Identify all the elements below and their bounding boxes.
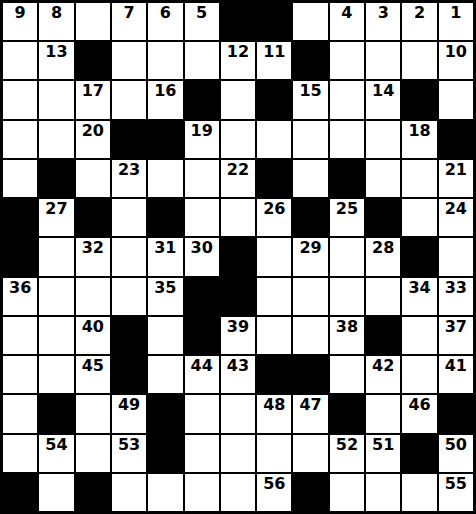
clue-number: 11 [257,44,291,60]
clue-number: 35 [148,280,182,296]
clue-number: 15 [293,83,327,99]
black-cell-r7c7 [221,238,255,275]
grid-cell-r7c3[interactable]: 32 [76,238,110,275]
black-cell-r6c1 [3,199,37,236]
grid-cell-r6c10[interactable]: 25 [330,199,364,236]
grid-cell-r10c11[interactable]: 42 [366,356,400,393]
grid-cell-r3c2[interactable] [39,81,73,118]
clue-number: 31 [148,240,182,256]
grid-cell-r1c5[interactable]: 6 [148,3,182,40]
grid-cell-r7c11[interactable]: 28 [366,238,400,275]
grid-cell-r8c8[interactable] [257,278,291,315]
clue-number: 25 [330,201,364,217]
grid-cell-r7c4[interactable] [112,238,146,275]
grid-cell-r5c11[interactable] [366,160,400,197]
grid-cell-r9c9[interactable] [293,317,327,354]
black-cell-r3c6 [185,81,219,118]
grid-cell-r12c11[interactable]: 51 [366,435,400,472]
clue-number: 14 [366,83,400,99]
clue-number: 36 [3,280,37,296]
grid-cell-r9c3[interactable]: 40 [76,317,110,354]
clue-number: 28 [366,240,400,256]
black-cell-r11c2 [39,395,73,432]
grid-cell-r8c12[interactable]: 34 [402,278,436,315]
grid-cell-r6c2[interactable]: 27 [39,199,73,236]
grid-cell-r8c3[interactable] [76,278,110,315]
grid-cell-r3c11[interactable]: 14 [366,81,400,118]
grid-cell-r5c5[interactable] [148,160,182,197]
clue-number: 6 [148,5,182,21]
grid-cell-r1c3[interactable] [76,3,110,40]
grid-cell-r2c12[interactable] [402,42,436,79]
crossword-board: 9876543211312111017161514201918232221272… [0,0,476,514]
black-cell-r3c12 [402,81,436,118]
grid-cell-r13c2[interactable] [39,474,73,511]
grid-cell-r1c10[interactable]: 4 [330,3,364,40]
clue-number: 17 [76,83,110,99]
clue-number: 55 [439,476,473,492]
black-cell-r5c8 [257,160,291,197]
grid-cell-r4c3[interactable]: 20 [76,121,110,158]
clue-number: 45 [76,358,110,374]
clue-number: 3 [366,5,400,21]
black-cell-r8c6 [185,278,219,315]
grid-cell-r12c13[interactable]: 50 [439,435,473,472]
clue-number: 27 [39,201,73,217]
grid-cell-r6c13[interactable]: 24 [439,199,473,236]
grid-cell-r9c10[interactable]: 38 [330,317,364,354]
grid-cell-r13c11[interactable] [366,474,400,511]
grid-cell-r13c6[interactable] [185,474,219,511]
grid-cell-r12c2[interactable]: 54 [39,435,73,472]
black-cell-r4c13 [439,121,473,158]
clue-number: 43 [221,358,255,374]
grid-cell-r8c9[interactable] [293,278,327,315]
clue-number: 38 [330,319,364,335]
grid-cell-r11c8[interactable]: 48 [257,395,291,432]
grid-cell-r8c2[interactable] [39,278,73,315]
grid-cell-r6c6[interactable] [185,199,219,236]
clue-number: 21 [439,162,473,178]
grid-cell-r3c13[interactable] [439,81,473,118]
grid-cell-r10c2[interactable] [39,356,73,393]
grid-cell-r7c2[interactable] [39,238,73,275]
clue-number: 37 [439,319,473,335]
grid-cell-r9c13[interactable]: 37 [439,317,473,354]
grid-cell-r4c9[interactable] [293,121,327,158]
grid-cell-r7c5[interactable]: 31 [148,238,182,275]
black-cell-r10c9 [293,356,327,393]
clue-number: 32 [76,240,110,256]
clue-number: 9 [3,5,37,21]
grid-cell-r4c12[interactable]: 18 [402,121,436,158]
clue-number: 48 [257,397,291,413]
clue-number: 30 [185,240,219,256]
black-cell-r1c8 [257,3,291,40]
grid-cell-r13c8[interactable]: 56 [257,474,291,511]
clue-number: 39 [221,319,255,335]
grid-cell-r1c2[interactable]: 8 [39,3,73,40]
grid-cell-r8c4[interactable] [112,278,146,315]
grid-cell-r13c13[interactable]: 55 [439,474,473,511]
grid-cell-r2c11[interactable] [366,42,400,79]
clue-number: 24 [439,201,473,217]
grid-cell-r4c6[interactable]: 19 [185,121,219,158]
clue-number: 4 [330,5,364,21]
grid-cell-r13c7[interactable] [221,474,255,511]
grid-cell-r7c9[interactable]: 29 [293,238,327,275]
grid-cell-r5c12[interactable] [402,160,436,197]
clue-number: 26 [257,201,291,217]
black-cell-r9c4 [112,317,146,354]
grid-cell-r8c11[interactable] [366,278,400,315]
black-cell-r13c3 [76,474,110,511]
clue-number: 46 [402,397,436,413]
grid-cell-r1c11[interactable]: 3 [366,3,400,40]
grid-cell-r10c12[interactable] [402,356,436,393]
black-cell-r11c13 [439,395,473,432]
grid-cell-r11c4[interactable]: 49 [112,395,146,432]
grid-cell-r4c2[interactable] [39,121,73,158]
grid-cell-r6c12[interactable] [402,199,436,236]
grid-cell-r2c5[interactable] [148,42,182,79]
grid-cell-r9c7[interactable]: 39 [221,317,255,354]
grid-cell-r5c13[interactable]: 21 [439,160,473,197]
grid-cell-r6c8[interactable]: 26 [257,199,291,236]
black-cell-r4c4 [112,121,146,158]
clue-number: 18 [402,123,436,139]
grid-cell-r2c1[interactable] [3,42,37,79]
grid-cell-r9c1[interactable] [3,317,37,354]
clue-number: 13 [39,44,73,60]
clue-number: 42 [366,358,400,374]
black-cell-r11c10 [330,395,364,432]
grid-cell-r2c2[interactable]: 13 [39,42,73,79]
grid-cell-r13c5[interactable] [148,474,182,511]
black-cell-r12c5 [148,435,182,472]
clue-number: 50 [439,437,473,453]
clue-number: 19 [185,123,219,139]
grid-cell-r3c10[interactable] [330,81,364,118]
clue-number: 7 [112,5,146,21]
grid-cell-r11c1[interactable] [3,395,37,432]
grid-cell-r9c8[interactable] [257,317,291,354]
clue-number: 29 [293,240,327,256]
grid-cell-r6c4[interactable] [112,199,146,236]
grid-cell-r5c3[interactable] [76,160,110,197]
grid-cell-r12c4[interactable]: 53 [112,435,146,472]
grid-cell-r10c1[interactable] [3,356,37,393]
clue-number: 10 [439,44,473,60]
clue-number: 12 [221,44,255,60]
black-cell-r5c10 [330,160,364,197]
grid-cell-r12c6[interactable] [185,435,219,472]
grid-cell-r10c3[interactable]: 45 [76,356,110,393]
clue-number: 41 [439,358,473,374]
grid-cell-r3c3[interactable]: 17 [76,81,110,118]
grid-cell-r13c12[interactable] [402,474,436,511]
clue-number: 49 [112,397,146,413]
black-cell-r2c9 [293,42,327,79]
black-cell-r6c9 [293,199,327,236]
grid-cell-r5c9[interactable] [293,160,327,197]
grid-cell-r2c8[interactable]: 11 [257,42,291,79]
black-cell-r6c5 [148,199,182,236]
grid-cell-r8c1[interactable]: 36 [3,278,37,315]
clue-number: 40 [76,319,110,335]
grid-cell-r9c5[interactable] [148,317,182,354]
grid-cell-r11c7[interactable] [221,395,255,432]
clue-number: 2 [402,5,436,21]
grid-cell-r10c6[interactable]: 44 [185,356,219,393]
clue-number: 1 [439,5,473,21]
clue-number: 33 [439,280,473,296]
black-cell-r11c5 [148,395,182,432]
grid-cell-r6c7[interactable] [221,199,255,236]
black-cell-r7c1 [3,238,37,275]
grid-cell-r4c11[interactable] [366,121,400,158]
grid-cell-r11c11[interactable] [366,395,400,432]
grid-cell-r12c7[interactable] [221,435,255,472]
black-cell-r8c7 [221,278,255,315]
grid-cell-r2c10[interactable] [330,42,364,79]
grid-cell-r5c7[interactable]: 22 [221,160,255,197]
grid-cell-r5c1[interactable] [3,160,37,197]
grid-cell-r12c9[interactable] [293,435,327,472]
grid-cell-r1c12[interactable]: 2 [402,3,436,40]
clue-number: 23 [112,162,146,178]
grid-cell-r7c10[interactable] [330,238,364,275]
grid-cell-r3c5[interactable]: 16 [148,81,182,118]
grid-cell-r2c6[interactable] [185,42,219,79]
grid-cell-r13c10[interactable] [330,474,364,511]
grid-cell-r4c8[interactable] [257,121,291,158]
grid-cell-r5c6[interactable] [185,160,219,197]
grid-cell-r3c4[interactable] [112,81,146,118]
grid-cell-r4c7[interactable] [221,121,255,158]
black-cell-r9c11 [366,317,400,354]
grid-cell-r9c2[interactable] [39,317,73,354]
grid-cell-r7c13[interactable] [439,238,473,275]
grid-cell-r12c3[interactable] [76,435,110,472]
grid-cell-r10c13[interactable]: 41 [439,356,473,393]
black-cell-r10c8 [257,356,291,393]
grid-cell-r2c4[interactable] [112,42,146,79]
black-cell-r5c2 [39,160,73,197]
grid-cell-r12c1[interactable] [3,435,37,472]
grid-cell-r10c7[interactable]: 43 [221,356,255,393]
grid-cell-r2c13[interactable]: 10 [439,42,473,79]
black-cell-r10c4 [112,356,146,393]
grid-cell-r8c13[interactable]: 33 [439,278,473,315]
black-cell-r12c12 [402,435,436,472]
grid-cell-r1c4[interactable]: 7 [112,3,146,40]
clue-number: 34 [402,280,436,296]
clue-number: 22 [221,162,255,178]
black-cell-r2c3 [76,42,110,79]
black-cell-r6c3 [76,199,110,236]
grid-cell-r10c5[interactable] [148,356,182,393]
clue-number: 52 [330,437,364,453]
grid-cell-r12c10[interactable]: 52 [330,435,364,472]
clue-number: 51 [366,437,400,453]
grid-cell-r1c1[interactable]: 9 [3,3,37,40]
grid-cell-r1c6[interactable]: 5 [185,3,219,40]
grid-cell-r11c3[interactable] [76,395,110,432]
black-cell-r9c6 [185,317,219,354]
grid-cell-r3c9[interactable]: 15 [293,81,327,118]
clue-number: 16 [148,83,182,99]
clue-number: 54 [39,437,73,453]
clue-number: 56 [257,476,291,492]
black-cell-r7c12 [402,238,436,275]
grid-cell-r12c8[interactable] [257,435,291,472]
grid-cell-r11c6[interactable] [185,395,219,432]
clue-number: 5 [185,5,219,21]
grid-cell-r4c10[interactable] [330,121,364,158]
grid-cell-r1c13[interactable]: 1 [439,3,473,40]
clue-number: 20 [76,123,110,139]
black-cell-r1c7 [221,3,255,40]
grid-cell-r10c10[interactable] [330,356,364,393]
grid-cell-r2c7[interactable]: 12 [221,42,255,79]
clue-number: 47 [293,397,327,413]
grid-cell-r8c10[interactable] [330,278,364,315]
grid-cell-r4c1[interactable] [3,121,37,158]
grid-cell-r5c4[interactable]: 23 [112,160,146,197]
black-cell-r13c1 [3,474,37,511]
grid-cell-r7c6[interactable]: 30 [185,238,219,275]
grid-cell-r11c12[interactable]: 46 [402,395,436,432]
grid-cell-r1c9[interactable] [293,3,327,40]
black-cell-r6c11 [366,199,400,236]
clue-number: 8 [39,5,73,21]
grid-cell-r3c7[interactable] [221,81,255,118]
clue-number: 44 [185,358,219,374]
black-cell-r4c5 [148,121,182,158]
grid-cell-r8c5[interactable]: 35 [148,278,182,315]
grid-cell-r9c12[interactable] [402,317,436,354]
grid-cell-r11c9[interactable]: 47 [293,395,327,432]
grid-cell-r13c4[interactable] [112,474,146,511]
grid-cell-r7c8[interactable] [257,238,291,275]
black-cell-r3c8 [257,81,291,118]
grid-cell-r3c1[interactable] [3,81,37,118]
black-cell-r13c9 [293,474,327,511]
clue-number: 53 [112,437,146,453]
